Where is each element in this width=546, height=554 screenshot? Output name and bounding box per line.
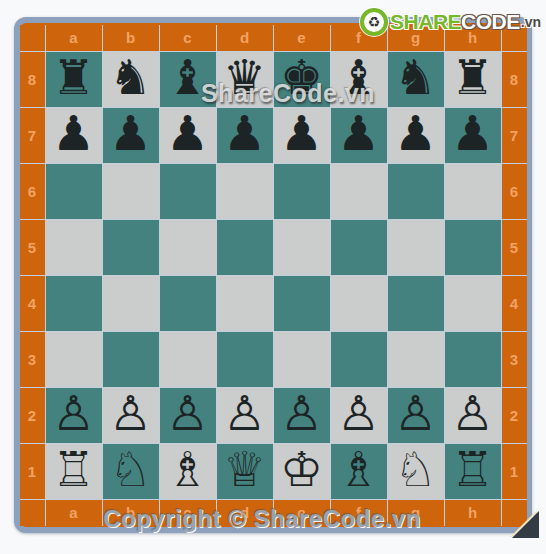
- square-g6[interactable]: [388, 164, 444, 219]
- square-b1[interactable]: ♘: [103, 444, 159, 499]
- square-b4[interactable]: [103, 276, 159, 331]
- square-b3[interactable]: [103, 332, 159, 387]
- rank-label-left-6: 6: [20, 164, 45, 219]
- rank-label-left-3: 3: [20, 332, 45, 387]
- square-f2[interactable]: ♙: [331, 388, 387, 443]
- frame-corner: [20, 25, 45, 51]
- piece-white-queen-d1: ♕: [223, 445, 266, 493]
- file-label-top-b: b: [103, 25, 159, 51]
- piece-black-pawn-d7: ♟: [223, 109, 266, 157]
- square-f1[interactable]: ♗: [331, 444, 387, 499]
- piece-white-pawn-d2: ♙: [223, 389, 266, 437]
- sharecode-logo: ♻ SHARECODE.vn: [360, 8, 541, 36]
- piece-black-pawn-g7: ♟: [394, 109, 437, 157]
- copyright-watermark: Copyright © ShareCode.vn: [0, 505, 524, 533]
- square-a4[interactable]: [46, 276, 102, 331]
- square-c6[interactable]: [160, 164, 216, 219]
- rank-label-right-2: 2: [502, 388, 527, 443]
- square-h3[interactable]: [445, 332, 501, 387]
- square-b5[interactable]: [103, 220, 159, 275]
- piece-black-pawn-a7: ♟: [52, 109, 95, 157]
- rank-label-right-7: 7: [502, 108, 527, 163]
- piece-white-pawn-e2: ♙: [280, 389, 323, 437]
- square-a5[interactable]: [46, 220, 102, 275]
- square-a3[interactable]: [46, 332, 102, 387]
- square-e4[interactable]: [274, 276, 330, 331]
- square-c3[interactable]: [160, 332, 216, 387]
- square-g4[interactable]: [388, 276, 444, 331]
- square-e7[interactable]: ♟: [274, 108, 330, 163]
- square-g2[interactable]: ♙: [388, 388, 444, 443]
- square-c4[interactable]: [160, 276, 216, 331]
- rank-label-left-4: 4: [20, 276, 45, 331]
- piece-white-knight-b1: ♘: [109, 445, 152, 493]
- square-e5[interactable]: [274, 220, 330, 275]
- rank-label-left-1: 1: [20, 444, 45, 499]
- square-h1[interactable]: ♖: [445, 444, 501, 499]
- piece-black-queen-d8: ♛: [223, 53, 266, 101]
- rank-label-right-4: 4: [502, 276, 527, 331]
- piece-black-knight-b8: ♞: [109, 53, 152, 101]
- square-c2[interactable]: ♙: [160, 388, 216, 443]
- piece-black-pawn-b7: ♟: [109, 109, 152, 157]
- square-c1[interactable]: ♗: [160, 444, 216, 499]
- resize-handle-icon[interactable]: [512, 511, 539, 538]
- square-d2[interactable]: ♙: [217, 388, 273, 443]
- square-g1[interactable]: ♘: [388, 444, 444, 499]
- square-g5[interactable]: [388, 220, 444, 275]
- logo-text-domain: .vn: [521, 14, 541, 30]
- square-c7[interactable]: ♟: [160, 108, 216, 163]
- piece-white-pawn-h2: ♙: [451, 389, 494, 437]
- square-e6[interactable]: [274, 164, 330, 219]
- square-b6[interactable]: [103, 164, 159, 219]
- rank-label-left-7: 7: [20, 108, 45, 163]
- square-g7[interactable]: ♟: [388, 108, 444, 163]
- logo-text-share: SHARE: [390, 10, 461, 34]
- square-h8[interactable]: ♜: [445, 52, 501, 107]
- file-label-top-a: a: [46, 25, 102, 51]
- square-h2[interactable]: ♙: [445, 388, 501, 443]
- file-label-top-d: d: [217, 25, 273, 51]
- square-f7[interactable]: ♟: [331, 108, 387, 163]
- piece-black-pawn-f7: ♟: [337, 109, 380, 157]
- piece-black-king-e8: ♚: [280, 53, 323, 101]
- rank-label-right-5: 5: [502, 220, 527, 275]
- square-f3[interactable]: [331, 332, 387, 387]
- square-h5[interactable]: [445, 220, 501, 275]
- rank-label-left-8: 8: [20, 52, 45, 107]
- square-h4[interactable]: [445, 276, 501, 331]
- piece-black-pawn-e7: ♟: [280, 109, 323, 157]
- square-b8[interactable]: ♞: [103, 52, 159, 107]
- recycle-circle-icon: ♻: [360, 8, 388, 36]
- rank-label-right-8: 8: [502, 52, 527, 107]
- piece-black-rook-a8: ♜: [52, 53, 95, 101]
- square-d8[interactable]: ♛: [217, 52, 273, 107]
- piece-black-pawn-c7: ♟: [166, 109, 209, 157]
- piece-black-rook-h8: ♜: [451, 53, 494, 101]
- square-h7[interactable]: ♟: [445, 108, 501, 163]
- square-f6[interactable]: [331, 164, 387, 219]
- square-e3[interactable]: [274, 332, 330, 387]
- square-a6[interactable]: [46, 164, 102, 219]
- piece-black-bishop-f8: ♝: [337, 53, 380, 101]
- file-label-top-c: c: [160, 25, 216, 51]
- square-g3[interactable]: [388, 332, 444, 387]
- square-e1[interactable]: ♔: [274, 444, 330, 499]
- piece-white-pawn-g2: ♙: [394, 389, 437, 437]
- piece-white-king-e1: ♔: [280, 445, 323, 493]
- square-f8[interactable]: ♝: [331, 52, 387, 107]
- square-a2[interactable]: ♙: [46, 388, 102, 443]
- chess-board: abcdefgh8♜♞♝♛♚♝♞♜87♟♟♟♟♟♟♟♟7665544332♙♙♙…: [20, 25, 527, 526]
- piece-white-rook-a1: ♖: [52, 445, 95, 493]
- piece-white-rook-h1: ♖: [451, 445, 494, 493]
- square-d3[interactable]: [217, 332, 273, 387]
- square-f5[interactable]: [331, 220, 387, 275]
- rank-label-right-1: 1: [502, 444, 527, 499]
- square-a8[interactable]: ♜: [46, 52, 102, 107]
- piece-white-pawn-a2: ♙: [52, 389, 95, 437]
- file-label-top-e: e: [274, 25, 330, 51]
- square-d6[interactable]: [217, 164, 273, 219]
- piece-white-pawn-c2: ♙: [166, 389, 209, 437]
- square-b2[interactable]: ♙: [103, 388, 159, 443]
- square-c8[interactable]: ♝: [160, 52, 216, 107]
- piece-white-bishop-c1: ♗: [166, 445, 209, 493]
- square-e2[interactable]: ♙: [274, 388, 330, 443]
- square-b7[interactable]: ♟: [103, 108, 159, 163]
- square-d5[interactable]: [217, 220, 273, 275]
- square-a7[interactable]: ♟: [46, 108, 102, 163]
- piece-white-knight-g1: ♘: [394, 445, 437, 493]
- square-h6[interactable]: [445, 164, 501, 219]
- piece-black-knight-g8: ♞: [394, 53, 437, 101]
- piece-black-bishop-c8: ♝: [166, 53, 209, 101]
- piece-white-pawn-f2: ♙: [337, 389, 380, 437]
- square-e8[interactable]: ♚: [274, 52, 330, 107]
- piece-white-bishop-f1: ♗: [337, 445, 380, 493]
- rank-label-left-5: 5: [20, 220, 45, 275]
- page: abcdefgh8♜♞♝♛♚♝♞♜87♟♟♟♟♟♟♟♟7665544332♙♙♙…: [0, 0, 546, 554]
- rank-label-left-2: 2: [20, 388, 45, 443]
- rank-label-right-3: 3: [502, 332, 527, 387]
- square-c5[interactable]: [160, 220, 216, 275]
- rank-label-right-6: 6: [502, 164, 527, 219]
- logo-text-code: CODE: [461, 10, 520, 34]
- chess-board-frame: abcdefgh8♜♞♝♛♚♝♞♜87♟♟♟♟♟♟♟♟7665544332♙♙♙…: [14, 17, 532, 533]
- square-g8[interactable]: ♞: [388, 52, 444, 107]
- square-d1[interactable]: ♕: [217, 444, 273, 499]
- piece-white-pawn-b2: ♙: [109, 389, 152, 437]
- square-d4[interactable]: [217, 276, 273, 331]
- square-f4[interactable]: [331, 276, 387, 331]
- square-a1[interactable]: ♖: [46, 444, 102, 499]
- piece-black-pawn-h7: ♟: [451, 109, 494, 157]
- square-d7[interactable]: ♟: [217, 108, 273, 163]
